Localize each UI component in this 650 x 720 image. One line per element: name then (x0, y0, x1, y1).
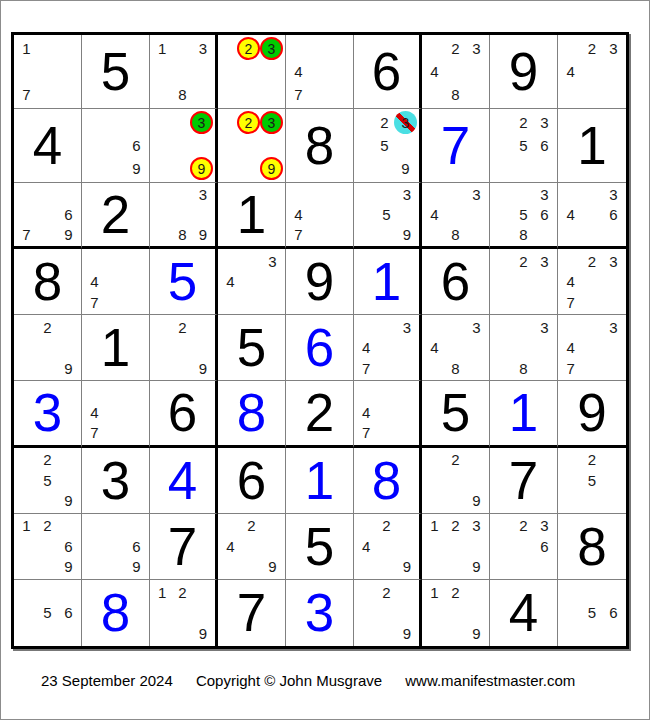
candidate-9: 9 (58, 493, 79, 508)
cell-r9c1[interactable]: 56 (14, 580, 82, 646)
candidate-3: 3 (397, 187, 417, 202)
candidate-4: 4 (560, 64, 581, 79)
cell-r5c8[interactable]: 38 (490, 315, 558, 381)
cell-r9c5[interactable]: 3 (286, 580, 354, 646)
cell-r1c7[interactable]: 2348 (422, 35, 490, 109)
cell-r6c9[interactable]: 9 (558, 381, 626, 447)
candidate-3: 3 (262, 254, 283, 269)
candidate-3-cyan-circle: 3 (394, 111, 417, 134)
candidate-3: 3 (534, 254, 555, 269)
cell-r8c2[interactable]: 69 (82, 514, 150, 580)
cell-r4c2[interactable]: 47 (82, 249, 150, 315)
candidate-3: 3 (466, 320, 487, 335)
candidate-4: 4 (560, 340, 581, 355)
candidate-4: 4 (84, 405, 105, 420)
candidate-7: 7 (356, 361, 376, 376)
candidate-3: 3 (603, 41, 624, 56)
candidate-9: 9 (58, 361, 79, 376)
candidate-3: 3 (603, 187, 624, 202)
cell-r5c2[interactable]: 1 (82, 315, 150, 381)
cell-r2c7[interactable]: 7 (422, 109, 490, 183)
cell-r6c6[interactable]: 47 (354, 381, 422, 447)
cell-r3c7[interactable]: 348 (422, 183, 490, 249)
cell-r3c3[interactable]: 389 (150, 183, 218, 249)
candidate-3: 3 (534, 115, 555, 130)
cell-r8c8[interactable]: 236 (490, 514, 558, 580)
cell-r8c9[interactable]: 8 (558, 514, 626, 580)
given-digit: 5 (237, 321, 266, 374)
given-digit: 6 (372, 45, 401, 98)
candidate-3: 3 (466, 518, 487, 533)
cell-r4c3[interactable]: 5 (150, 249, 218, 315)
candidate-7: 7 (84, 425, 105, 440)
candidate-9: 9 (126, 161, 147, 176)
candidate-6: 6 (534, 207, 555, 222)
given-digit: 4 (33, 119, 62, 172)
candidate-4: 4 (424, 64, 445, 79)
solved-digit: 1 (305, 454, 334, 507)
candidate-2: 2 (513, 518, 534, 533)
candidate-4: 4 (560, 207, 581, 222)
cell-r7c3[interactable]: 4 (150, 448, 218, 514)
given-digit: 7 (509, 454, 538, 507)
solved-digit: 8 (101, 586, 130, 639)
cell-r6c1[interactable]: 3 (14, 381, 82, 447)
candidate-4: 4 (560, 274, 581, 289)
cell-r2c5[interactable]: 8 (286, 109, 354, 183)
cell-r4c7[interactable]: 6 (422, 249, 490, 315)
cell-r5c5[interactable]: 6 (286, 315, 354, 381)
candidate-2: 2 (581, 452, 602, 467)
candidate-7: 7 (356, 425, 376, 440)
candidate-4: 4 (356, 405, 376, 420)
candidate-2: 2 (376, 585, 396, 600)
candidate-2: 2 (375, 115, 394, 130)
cell-r3c2[interactable]: 2 (82, 183, 150, 249)
candidate-2-yellow-circle: 2 (237, 111, 260, 134)
footer: 23 September 2024 Copyright © John Musgr… (41, 672, 575, 689)
candidate-3: 3 (193, 41, 213, 56)
cell-r2c1[interactable]: 4 (14, 109, 82, 183)
cell-r9c4[interactable]: 7 (218, 580, 286, 646)
cell-r5c4[interactable]: 5 (218, 315, 286, 381)
candidate-7: 7 (16, 227, 37, 242)
cell-r7c1[interactable]: 259 (14, 448, 82, 514)
solved-digit: 3 (305, 586, 334, 639)
candidate-2: 2 (513, 115, 534, 130)
cell-r7c4[interactable]: 6 (218, 448, 286, 514)
cell-r7c6[interactable]: 8 (354, 448, 422, 514)
cell-r8c3[interactable]: 7 (150, 514, 218, 580)
candidate-3: 3 (466, 41, 487, 56)
candidate-7: 7 (84, 295, 105, 310)
given-digit: 8 (577, 520, 606, 573)
cell-r4c9[interactable]: 2347 (558, 249, 626, 315)
candidate-9: 9 (397, 626, 417, 641)
candidate-5: 5 (581, 605, 602, 620)
cell-r4c5[interactable]: 9 (286, 249, 354, 315)
candidate-8: 8 (513, 361, 534, 376)
candidate-2: 2 (513, 254, 534, 269)
candidate-2: 2 (172, 320, 192, 335)
cell-r1c4[interactable]: 23 (218, 35, 286, 109)
cell-r9c3[interactable]: 129 (150, 580, 218, 646)
candidate-3: 3 (534, 320, 555, 335)
footer-date: 23 September 2024 (41, 672, 173, 689)
cell-r8c4[interactable]: 249 (218, 514, 286, 580)
cell-r9c6[interactable]: 29 (354, 580, 422, 646)
cell-r1c3[interactable]: 138 (150, 35, 218, 109)
cell-r1c6[interactable]: 6 (354, 35, 422, 109)
given-digit: 1 (237, 188, 266, 241)
cell-r9c9[interactable]: 56 (558, 580, 626, 646)
cell-r8c6[interactable]: 249 (354, 514, 422, 580)
given-digit: 1 (577, 119, 606, 172)
given-digit: 6 (441, 255, 470, 308)
cell-r2c9[interactable]: 1 (558, 109, 626, 183)
solved-digit: 6 (305, 321, 334, 374)
candidate-7: 7 (560, 361, 581, 376)
solved-digit: 4 (168, 454, 197, 507)
candidate-2: 2 (445, 585, 466, 600)
cell-r7c8[interactable]: 7 (490, 448, 558, 514)
cell-r8c7[interactable]: 1239 (422, 514, 490, 580)
candidate-7: 7 (288, 87, 309, 102)
solved-digit: 3 (33, 386, 62, 439)
candidate-4: 4 (220, 274, 241, 289)
candidate-4: 4 (424, 207, 445, 222)
candidate-9: 9 (397, 559, 417, 574)
candidate-3: 3 (534, 187, 555, 202)
candidate-5: 5 (375, 138, 394, 153)
cell-r6c2[interactable]: 47 (82, 381, 150, 447)
candidate-7: 7 (288, 227, 309, 242)
candidate-9: 9 (466, 559, 487, 574)
cell-r3c6[interactable]: 359 (354, 183, 422, 249)
candidate-5: 5 (513, 138, 534, 153)
candidate-2: 2 (581, 254, 602, 269)
solved-digit: 5 (168, 255, 197, 308)
cell-r2c2[interactable]: 69 (82, 109, 150, 183)
candidate-4: 4 (288, 64, 309, 79)
candidate-8: 8 (445, 227, 466, 242)
given-digit: 6 (168, 386, 197, 439)
given-digit: 8 (305, 119, 334, 172)
candidate-2: 2 (37, 452, 58, 467)
candidate-9: 9 (466, 626, 487, 641)
candidate-2: 2 (241, 518, 262, 533)
candidate-1: 1 (424, 518, 445, 533)
candidate-5: 5 (376, 207, 396, 222)
given-digit: 5 (101, 45, 130, 98)
candidate-3: 3 (193, 187, 213, 202)
sudoku-board: 1751382347623489234469392398235972356167… (11, 32, 629, 649)
footer-copyright: Copyright © John Musgrave (196, 672, 382, 689)
given-digit: 7 (168, 520, 197, 573)
cell-r6c4[interactable]: 8 (218, 381, 286, 447)
cell-r3c9[interactable]: 346 (558, 183, 626, 249)
candidate-9: 9 (58, 227, 79, 242)
given-digit: 4 (509, 586, 538, 639)
candidate-9-yellow-circle: 9 (190, 157, 213, 180)
candidate-9-yellow-circle: 9 (260, 157, 283, 180)
cell-r6c3[interactable]: 6 (150, 381, 218, 447)
given-digit: 3 (101, 454, 130, 507)
candidate-9: 9 (126, 559, 147, 574)
candidate-2: 2 (37, 320, 58, 335)
given-digit: 5 (441, 386, 470, 439)
candidate-1: 1 (152, 41, 172, 56)
candidate-9: 9 (262, 559, 283, 574)
candidate-4: 4 (220, 539, 241, 554)
candidate-4: 4 (356, 340, 376, 355)
candidate-9: 9 (193, 227, 213, 242)
cell-r6c8[interactable]: 1 (490, 381, 558, 447)
candidate-8: 8 (445, 87, 466, 102)
cell-r3c1[interactable]: 679 (14, 183, 82, 249)
given-digit: 5 (305, 520, 334, 573)
cell-r9c7[interactable]: 129 (422, 580, 490, 646)
cell-r5c9[interactable]: 347 (558, 315, 626, 381)
given-digit: 2 (305, 386, 334, 439)
cell-r3c8[interactable]: 3568 (490, 183, 558, 249)
given-digit: 1 (101, 321, 130, 374)
cell-r4c1[interactable]: 8 (14, 249, 82, 315)
solved-digit: 1 (372, 255, 401, 308)
candidate-2: 2 (581, 41, 602, 56)
candidate-4: 4 (84, 274, 105, 289)
candidate-2: 2 (445, 452, 466, 467)
cell-r5c3[interactable]: 29 (150, 315, 218, 381)
cell-r2c4[interactable]: 239 (218, 109, 286, 183)
candidate-8: 8 (513, 227, 534, 242)
cell-r1c9[interactable]: 234 (558, 35, 626, 109)
cell-r7c7[interactable]: 29 (422, 448, 490, 514)
solved-digit: 8 (372, 454, 401, 507)
candidate-9: 9 (397, 227, 417, 242)
given-digit: 9 (305, 255, 334, 308)
candidate-6: 6 (58, 207, 79, 222)
candidate-3: 3 (466, 187, 487, 202)
cell-r2c8[interactable]: 2356 (490, 109, 558, 183)
candidate-3-green-circle: 3 (260, 37, 283, 60)
cell-r1c2[interactable]: 5 (82, 35, 150, 109)
cell-r6c7[interactable]: 5 (422, 381, 490, 447)
cell-r2c6[interactable]: 2359 (354, 109, 422, 183)
page: 1751382347623489234469392398235972356167… (0, 0, 650, 720)
candidate-8: 8 (445, 361, 466, 376)
cell-r9c8[interactable]: 4 (490, 580, 558, 646)
given-digit: 9 (577, 386, 606, 439)
cell-r8c5[interactable]: 5 (286, 514, 354, 580)
cell-r8c1[interactable]: 1269 (14, 514, 82, 580)
candidate-2: 2 (376, 518, 396, 533)
candidate-7: 7 (16, 87, 37, 102)
cell-r1c1[interactable]: 17 (14, 35, 82, 109)
given-digit: 9 (509, 45, 538, 98)
cell-r7c2[interactable]: 3 (82, 448, 150, 514)
cell-r7c9[interactable]: 25 (558, 448, 626, 514)
cell-r9c2[interactable]: 8 (82, 580, 150, 646)
candidate-8: 8 (172, 227, 192, 242)
candidate-5: 5 (37, 473, 58, 488)
candidate-2-yellow-circle: 2 (237, 37, 260, 60)
candidate-2: 2 (37, 518, 58, 533)
candidate-3: 3 (603, 320, 624, 335)
candidate-4: 4 (356, 539, 376, 554)
candidate-6: 6 (58, 605, 79, 620)
given-digit: 6 (237, 454, 266, 507)
candidate-5: 5 (37, 605, 58, 620)
candidate-1: 1 (424, 585, 445, 600)
candidate-2: 2 (445, 518, 466, 533)
cell-r3c5[interactable]: 47 (286, 183, 354, 249)
candidate-7: 7 (560, 295, 581, 310)
cell-r1c5[interactable]: 47 (286, 35, 354, 109)
candidate-6: 6 (534, 138, 555, 153)
cell-r6c5[interactable]: 2 (286, 381, 354, 447)
candidate-6: 6 (58, 539, 79, 554)
candidate-6: 6 (126, 138, 147, 153)
candidate-1: 1 (152, 585, 172, 600)
cell-r5c6[interactable]: 347 (354, 315, 422, 381)
candidate-8: 8 (172, 87, 192, 102)
candidate-2: 2 (445, 41, 466, 56)
cell-r1c8[interactable]: 9 (490, 35, 558, 109)
given-digit: 8 (33, 255, 62, 308)
cell-r4c6[interactable]: 1 (354, 249, 422, 315)
solved-digit: 7 (441, 119, 470, 172)
cell-r5c1[interactable]: 29 (14, 315, 82, 381)
candidate-9: 9 (193, 361, 213, 376)
solved-digit: 1 (509, 386, 538, 439)
candidate-1: 1 (16, 41, 37, 56)
candidate-5: 5 (581, 473, 602, 488)
candidate-2: 2 (172, 585, 192, 600)
cell-r7c5[interactable]: 1 (286, 448, 354, 514)
candidate-4: 4 (288, 207, 309, 222)
candidate-9: 9 (58, 559, 79, 574)
candidate-5: 5 (513, 207, 534, 222)
cell-r2c3[interactable]: 39 (150, 109, 218, 183)
candidate-6: 6 (603, 207, 624, 222)
candidate-6: 6 (534, 539, 555, 554)
cell-r3c4[interactable]: 1 (218, 183, 286, 249)
cell-r5c7[interactable]: 348 (422, 315, 490, 381)
given-digit: 2 (101, 188, 130, 241)
candidate-4: 4 (424, 340, 445, 355)
candidate-9: 9 (466, 493, 487, 508)
candidate-9: 9 (394, 161, 417, 176)
candidate-3-green-circle: 3 (260, 111, 283, 134)
candidate-9: 9 (193, 626, 213, 641)
cell-r4c8[interactable]: 23 (490, 249, 558, 315)
candidate-3-green-circle: 3 (190, 111, 213, 134)
candidate-6: 6 (603, 605, 624, 620)
candidate-3: 3 (534, 518, 555, 533)
footer-website: www.manifestmaster.com (405, 672, 575, 689)
candidate-3: 3 (397, 320, 417, 335)
given-digit: 7 (237, 586, 266, 639)
solved-digit: 8 (237, 386, 266, 439)
candidate-6: 6 (126, 539, 147, 554)
candidate-1: 1 (16, 518, 37, 533)
candidate-3: 3 (603, 254, 624, 269)
cell-r4c4[interactable]: 34 (218, 249, 286, 315)
